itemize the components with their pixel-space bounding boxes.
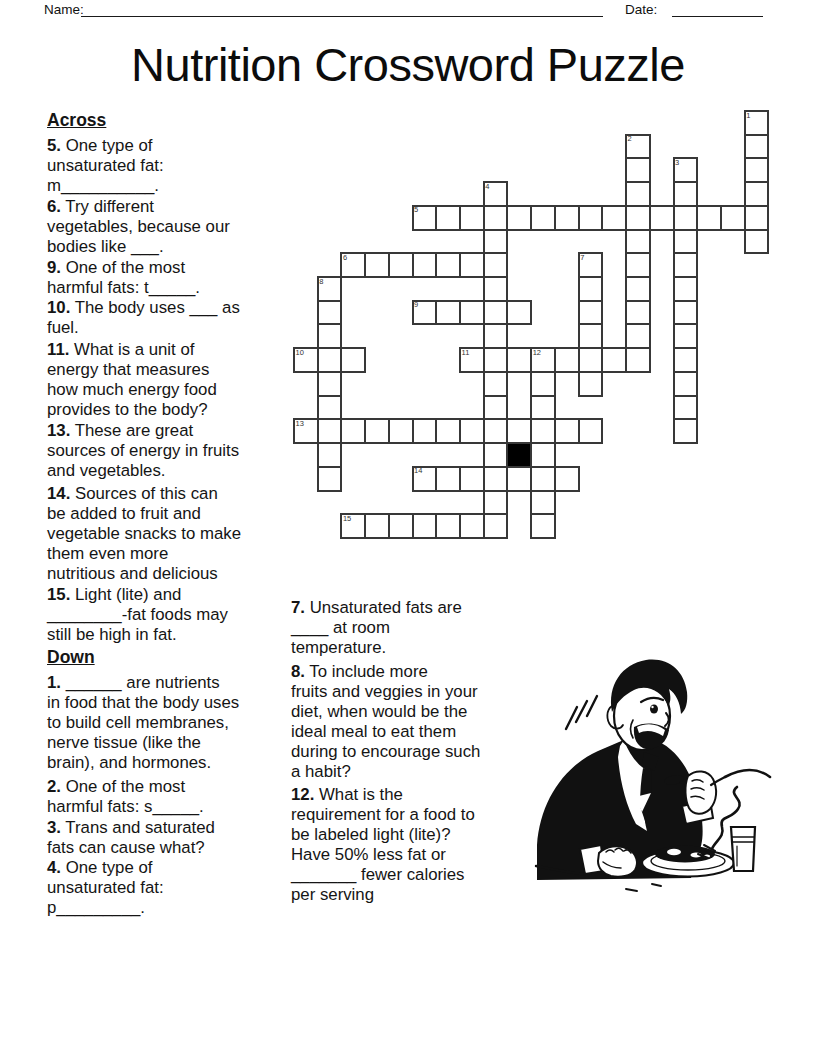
grid-cell[interactable] <box>744 134 770 160</box>
grid-cell[interactable] <box>673 252 699 278</box>
grid-cell[interactable] <box>483 276 509 302</box>
clue-across-14: 14. Sources of this can be added to frui… <box>47 484 299 584</box>
grid-cell[interactable] <box>483 181 509 207</box>
left-hand <box>598 846 637 877</box>
clue-across-5: 5. One type of unsaturated fat: m_______… <box>47 136 299 196</box>
grid-cell[interactable] <box>459 252 485 278</box>
grid-cell[interactable] <box>744 205 770 231</box>
grid-cell[interactable] <box>483 323 509 349</box>
grid-cell[interactable] <box>483 490 509 516</box>
grid-cell[interactable] <box>459 513 485 539</box>
grid-cell[interactable] <box>435 466 461 492</box>
grid-cell[interactable] <box>483 252 509 278</box>
aroma-swoosh <box>725 770 770 777</box>
grid-cell[interactable] <box>673 276 699 302</box>
page-title: Nutrition Crossword Puzzle <box>0 37 816 92</box>
grid-cell[interactable] <box>412 466 438 492</box>
grid-cell[interactable] <box>364 252 390 278</box>
clue-down-8: 8. To include more fruits and veggies in… <box>291 662 543 782</box>
grid-cell[interactable] <box>530 418 556 444</box>
grid-cell[interactable] <box>483 513 509 539</box>
grid-cell[interactable] <box>673 323 699 349</box>
grid-cell[interactable] <box>554 418 580 444</box>
grid-cell[interactable] <box>625 347 651 373</box>
grid-cell[interactable] <box>483 418 509 444</box>
grid-cell[interactable] <box>625 252 651 278</box>
grid-cell[interactable] <box>625 323 651 349</box>
grid-cell[interactable] <box>578 323 604 349</box>
clue-across-6: 6. Try different vegetables, because our… <box>47 197 299 257</box>
grid-cell[interactable] <box>317 466 343 492</box>
grid-cell[interactable] <box>578 371 604 397</box>
grid-cell[interactable] <box>412 513 438 539</box>
grid-cell[interactable] <box>673 181 699 207</box>
grid-cell[interactable] <box>412 205 438 231</box>
clue-down-12: 12. What is the requirement for a food t… <box>291 785 543 905</box>
grid-cell[interactable] <box>340 418 366 444</box>
clue-down-2: 2. One of the most harmful fats: s_____. <box>47 777 299 817</box>
grid-cell[interactable] <box>412 418 438 444</box>
grid-cell[interactable] <box>317 395 343 421</box>
across-heading: Across <box>47 110 299 130</box>
grid-cell[interactable] <box>506 466 532 492</box>
clue-across-9: 9. One of the most harmful fats: t_____. <box>47 258 299 298</box>
grid-cell[interactable] <box>340 252 366 278</box>
grid-cell[interactable] <box>506 347 532 373</box>
grid-cell[interactable] <box>435 418 461 444</box>
grid-cell[interactable] <box>530 347 556 373</box>
grid-cell[interactable] <box>459 466 485 492</box>
grid-cell[interactable] <box>720 205 746 231</box>
blocked-cell <box>506 442 532 468</box>
grid-cell[interactable] <box>625 157 651 183</box>
grid-cell[interactable] <box>506 418 532 444</box>
grid-cell[interactable] <box>435 300 461 326</box>
crumbs <box>626 884 661 891</box>
clue-down-7: 7. Unsaturated fats are ____ at room tem… <box>291 598 543 658</box>
grid-cell[interactable] <box>744 181 770 207</box>
grid-cell[interactable] <box>673 205 699 231</box>
clue-across-13: 13. These are great sources of energy in… <box>47 421 299 481</box>
right-hand <box>685 771 716 813</box>
grid-cell[interactable] <box>578 252 604 278</box>
grid-cell[interactable] <box>744 110 770 136</box>
grid-cell[interactable] <box>317 442 343 468</box>
grid-cell[interactable] <box>317 323 343 349</box>
grid-cell[interactable] <box>506 205 532 231</box>
grid-cell[interactable] <box>673 418 699 444</box>
grid-cell[interactable] <box>435 513 461 539</box>
grid-cell[interactable] <box>388 513 414 539</box>
grid-cell[interactable] <box>483 395 509 421</box>
grid-cell[interactable] <box>673 347 699 373</box>
grid-cell[interactable] <box>317 371 343 397</box>
grid-cell[interactable] <box>459 347 485 373</box>
grid-cell[interactable] <box>483 205 509 231</box>
grid-cell[interactable] <box>649 205 675 231</box>
grid-cell[interactable] <box>530 371 556 397</box>
grid-cell[interactable] <box>530 513 556 539</box>
grid-cell[interactable] <box>554 466 580 492</box>
eating-man-clipart <box>530 648 816 898</box>
grid-cell[interactable] <box>388 418 414 444</box>
worksheet-page: Name: Date: Nutrition Crossword Puzzle 1… <box>0 0 816 1056</box>
grid-cell[interactable] <box>673 371 699 397</box>
grid-cell[interactable] <box>483 466 509 492</box>
emphasis-lines-icon <box>566 696 597 729</box>
grid-cell[interactable] <box>364 418 390 444</box>
grid-cell[interactable] <box>459 418 485 444</box>
grid-cell[interactable] <box>506 300 532 326</box>
grid-cell[interactable] <box>578 276 604 302</box>
clue-across-10: 10. The body uses ___ as fuel. <box>47 298 299 338</box>
grid-cell[interactable] <box>412 252 438 278</box>
grid-cell[interactable] <box>554 205 580 231</box>
grid-cell[interactable] <box>625 134 651 160</box>
drinking-glass <box>731 827 755 871</box>
grid-cell[interactable] <box>317 347 343 373</box>
name-input-line[interactable] <box>81 2 603 17</box>
grid-cell[interactable] <box>483 229 509 255</box>
grid-cell[interactable] <box>459 300 485 326</box>
grid-cell[interactable] <box>578 347 604 373</box>
grid-cell[interactable] <box>340 347 366 373</box>
grid-cell[interactable] <box>696 205 722 231</box>
grid-cell[interactable] <box>412 300 438 326</box>
grid-cell[interactable] <box>673 157 699 183</box>
down-heading: Down <box>47 647 299 667</box>
date-label: Date: <box>625 2 657 17</box>
eye <box>650 704 658 713</box>
grid-cell[interactable] <box>530 395 556 421</box>
grid-cell[interactable] <box>435 252 461 278</box>
grid-cell[interactable] <box>578 300 604 326</box>
grid-cell[interactable] <box>578 418 604 444</box>
grid-cell[interactable] <box>673 229 699 255</box>
grid-cell[interactable] <box>459 205 485 231</box>
name-label: Name: <box>44 2 84 17</box>
grid-cell[interactable] <box>601 347 627 373</box>
grid-cell[interactable] <box>673 300 699 326</box>
crossword-grid: 123456789101112131415 <box>293 110 771 540</box>
clue-down-1: 1. ______ are nutrients in food that the… <box>47 673 299 773</box>
clue-across-11: 11. What is a unit of energy that measur… <box>47 340 299 420</box>
grid-cell[interactable] <box>744 229 770 255</box>
date-input-line[interactable] <box>672 2 763 17</box>
grid-cell[interactable] <box>483 347 509 373</box>
grid-cell[interactable] <box>483 442 509 468</box>
grid-cell[interactable] <box>388 252 414 278</box>
food <box>655 846 715 863</box>
grid-cell[interactable] <box>601 205 627 231</box>
clue-across-15: 15. Light (lite) and ________-fat foods … <box>47 585 299 645</box>
grid-cell[interactable] <box>530 205 556 231</box>
grid-cell[interactable] <box>673 395 699 421</box>
grid-cell[interactable] <box>530 442 556 468</box>
grid-cell[interactable] <box>578 205 604 231</box>
grid-cell[interactable] <box>483 300 509 326</box>
clue-down-3: 3. Trans and saturated fats can cause wh… <box>47 818 299 858</box>
grid-cell[interactable] <box>483 371 509 397</box>
grid-cell[interactable] <box>625 276 651 302</box>
grid-cell[interactable] <box>530 490 556 516</box>
clue-down-4: 4. One type of unsaturated fat: p_______… <box>47 858 299 918</box>
grid-cell[interactable] <box>435 205 461 231</box>
grid-cell[interactable] <box>317 276 343 302</box>
grid-cell[interactable] <box>530 466 556 492</box>
grid-cell[interactable] <box>364 513 390 539</box>
grid-cell[interactable] <box>625 300 651 326</box>
grid-cell[interactable] <box>340 513 366 539</box>
grid-cell[interactable] <box>744 157 770 183</box>
grid-cell[interactable] <box>625 205 651 231</box>
grid-cell[interactable] <box>317 300 343 326</box>
grid-cell[interactable] <box>317 418 343 444</box>
grid-cell[interactable] <box>625 181 651 207</box>
grid-cell[interactable] <box>554 347 580 373</box>
grid-cell[interactable] <box>625 229 651 255</box>
